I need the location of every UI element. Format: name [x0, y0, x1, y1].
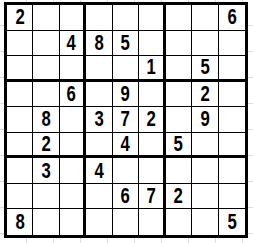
cell-r7c9[interactable] [219, 158, 245, 184]
cell-r3c4[interactable] [86, 56, 112, 82]
cell-r8c8[interactable] [192, 184, 218, 210]
cell-digit: 3 [94, 108, 103, 130]
cell-r9c2[interactable] [33, 209, 59, 235]
cell-r2c8[interactable] [192, 31, 218, 57]
cell-r6c7[interactable]: 5 [166, 133, 192, 159]
cell-r1c4[interactable] [86, 5, 112, 31]
cell-r9c4[interactable] [86, 209, 112, 235]
cell-r4c6[interactable] [139, 82, 165, 108]
cell-digit: 2 [146, 108, 155, 130]
cell-r8c3[interactable] [60, 184, 86, 210]
cell-digit: 4 [67, 32, 76, 54]
cell-r2c9[interactable] [219, 31, 245, 57]
cell-r6c3[interactable] [60, 133, 86, 159]
cell-r3c3[interactable] [60, 56, 86, 82]
cell-r8c2[interactable] [33, 184, 59, 210]
cell-digit: 7 [121, 108, 130, 130]
cell-r8c5[interactable]: 6 [113, 184, 139, 210]
cell-digit: 3 [42, 160, 51, 182]
cell-r5c1[interactable] [7, 107, 33, 133]
cell-digit: 2 [174, 185, 183, 207]
cell-r4c4[interactable] [86, 82, 112, 108]
cell-r4c2[interactable] [33, 82, 59, 108]
cell-r4c3[interactable]: 6 [60, 82, 86, 108]
cell-r1c6[interactable] [139, 5, 165, 31]
cell-r4c1[interactable] [7, 82, 33, 108]
cell-r3c7[interactable] [166, 56, 192, 82]
cell-r8c1[interactable] [7, 184, 33, 210]
cell-r6c6[interactable] [139, 133, 165, 159]
cell-r7c8[interactable] [192, 158, 218, 184]
cell-r7c2[interactable]: 3 [33, 158, 59, 184]
cell-r7c3[interactable] [60, 158, 86, 184]
cell-r7c7[interactable] [166, 158, 192, 184]
cell-digit: 5 [200, 56, 209, 78]
sudoku-board: 2648515692837292453467285 [4, 2, 248, 238]
cell-digit: 9 [121, 83, 130, 105]
cell-r5c9[interactable] [219, 107, 245, 133]
cell-r4c5[interactable]: 9 [113, 82, 139, 108]
cell-r2c5[interactable]: 5 [113, 31, 139, 57]
cell-digit: 2 [15, 6, 24, 28]
cell-r2c6[interactable] [139, 31, 165, 57]
cell-digit: 8 [42, 108, 51, 130]
cell-r6c1[interactable] [7, 133, 33, 159]
cell-r4c7[interactable] [166, 82, 192, 108]
cell-digit: 9 [200, 108, 209, 130]
cell-r1c2[interactable] [33, 5, 59, 31]
spreadsheet-background: 2648515692837292453467285 [0, 0, 253, 243]
cell-r1c1[interactable]: 2 [7, 5, 33, 31]
cell-r3c6[interactable]: 1 [139, 56, 165, 82]
cell-r6c8[interactable] [192, 133, 218, 159]
cell-digit: 6 [121, 185, 130, 207]
cell-r9c9[interactable]: 5 [219, 209, 245, 235]
cell-digit: 8 [15, 211, 24, 233]
cell-r8c7[interactable]: 2 [166, 184, 192, 210]
cell-digit: 1 [146, 56, 155, 78]
cell-r6c4[interactable] [86, 133, 112, 159]
cell-r3c5[interactable] [113, 56, 139, 82]
cell-r9c3[interactable] [60, 209, 86, 235]
cell-r5c6[interactable]: 2 [139, 107, 165, 133]
cell-digit: 4 [94, 160, 103, 182]
cell-r3c2[interactable] [33, 56, 59, 82]
cell-r5c4[interactable]: 3 [86, 107, 112, 133]
cell-r1c3[interactable] [60, 5, 86, 31]
cell-r2c3[interactable]: 4 [60, 31, 86, 57]
cell-r1c7[interactable] [166, 5, 192, 31]
cell-r2c1[interactable] [7, 31, 33, 57]
cell-r9c6[interactable] [139, 209, 165, 235]
cell-r5c5[interactable]: 7 [113, 107, 139, 133]
cell-r1c8[interactable] [192, 5, 218, 31]
cell-digit: 5 [174, 133, 183, 155]
cell-r2c7[interactable] [166, 31, 192, 57]
cell-digit: 2 [200, 83, 209, 105]
cell-r5c8[interactable]: 9 [192, 107, 218, 133]
cell-r1c5[interactable] [113, 5, 139, 31]
cell-r2c2[interactable] [33, 31, 59, 57]
cell-r1c9[interactable]: 6 [219, 5, 245, 31]
cell-r6c9[interactable] [219, 133, 245, 159]
cell-r9c8[interactable] [192, 209, 218, 235]
cell-r3c8[interactable]: 5 [192, 56, 218, 82]
cell-digit: 6 [67, 83, 76, 105]
cell-r5c7[interactable] [166, 107, 192, 133]
cell-r5c2[interactable]: 8 [33, 107, 59, 133]
cell-r6c5[interactable]: 4 [113, 133, 139, 159]
cell-r4c9[interactable] [219, 82, 245, 108]
cell-r9c1[interactable]: 8 [7, 209, 33, 235]
cell-r8c6[interactable]: 7 [139, 184, 165, 210]
cell-r6c2[interactable]: 2 [33, 133, 59, 159]
cell-r8c4[interactable] [86, 184, 112, 210]
cell-digit: 7 [146, 185, 155, 207]
cell-r2c4[interactable]: 8 [86, 31, 112, 57]
cell-digit: 6 [227, 6, 236, 28]
cell-r7c1[interactable] [7, 158, 33, 184]
cell-digit: 5 [121, 32, 130, 54]
cell-r9c5[interactable] [113, 209, 139, 235]
cell-digit: 4 [121, 133, 130, 155]
cell-r8c9[interactable] [219, 184, 245, 210]
cell-r9c7[interactable] [166, 209, 192, 235]
cell-r7c4[interactable]: 4 [86, 158, 112, 184]
cell-r3c9[interactable] [219, 56, 245, 82]
cell-r7c5[interactable] [113, 158, 139, 184]
cell-r3c1[interactable] [7, 56, 33, 82]
cell-r7c6[interactable] [139, 158, 165, 184]
cell-r4c8[interactable]: 2 [192, 82, 218, 108]
cell-digit: 5 [227, 211, 236, 233]
cell-r5c3[interactable] [60, 107, 86, 133]
cell-digit: 8 [94, 32, 103, 54]
cell-digit: 2 [42, 133, 51, 155]
